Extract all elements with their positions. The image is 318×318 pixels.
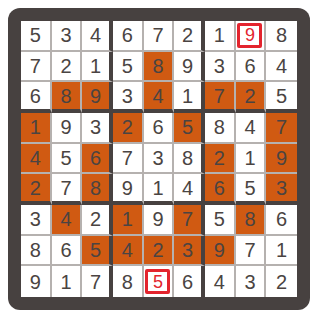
cell-digit: 9 — [122, 178, 133, 198]
cell-r8c7[interactable]: 9 — [205, 236, 236, 267]
cell-digit: 6 — [244, 56, 255, 76]
cell-digit: 8 — [214, 117, 225, 137]
cell-r2c9[interactable]: 4 — [266, 52, 297, 83]
cell-digit: 1 — [182, 86, 193, 106]
cell-r1c2[interactable]: 3 — [52, 21, 83, 52]
cell-digit: 1 — [30, 117, 41, 137]
cell-r3c2[interactable]: 8 — [52, 82, 83, 113]
cell-r5c3[interactable]: 6 — [82, 144, 113, 175]
cell-r8c1[interactable]: 8 — [21, 236, 52, 267]
cell-digit: 8 — [182, 148, 193, 168]
cell-r9c4[interactable]: 8 — [113, 266, 144, 297]
cell-digit: 1 — [90, 56, 101, 76]
cell-r4c6[interactable]: 5 — [174, 113, 205, 144]
cell-digit: 8 — [152, 56, 163, 76]
cell-r3c5[interactable]: 4 — [144, 82, 175, 113]
cell-digit: 3 — [90, 117, 101, 137]
cell-r5c6[interactable]: 8 — [174, 144, 205, 175]
cell-digit: 7 — [244, 240, 255, 260]
cell-digit: 5 — [244, 178, 255, 198]
cell-r1c5[interactable]: 7 — [144, 21, 175, 52]
cell-r7c1[interactable]: 3 — [21, 205, 52, 236]
cell-digit: 2 — [152, 240, 163, 260]
cell-r6c5[interactable]: 1 — [144, 174, 175, 205]
cell-r2c8[interactable]: 6 — [236, 52, 267, 83]
cell-digit: 7 — [122, 148, 133, 168]
cell-r5c5[interactable]: 3 — [144, 144, 175, 175]
cell-digit: 6 — [90, 148, 101, 168]
cell-digit: 3 — [60, 25, 71, 45]
cell-digit: 7 — [90, 272, 101, 292]
cell-digit: 1 — [122, 209, 133, 229]
cell-r9c9[interactable]: 2 — [266, 266, 297, 297]
cell-r9c5[interactable]: 5 — [144, 266, 175, 297]
cell-r3c4[interactable]: 3 — [113, 82, 144, 113]
cell-r8c8[interactable]: 7 — [236, 236, 267, 267]
cell-digit: 2 — [90, 209, 101, 229]
cell-r8c4[interactable]: 4 — [113, 236, 144, 267]
cell-digit: 5 — [214, 209, 225, 229]
cell-digit: 9 — [90, 86, 101, 106]
cell-r4c5[interactable]: 6 — [144, 113, 175, 144]
cell-r1c3[interactable]: 4 — [82, 21, 113, 52]
cell-r4c3[interactable]: 3 — [82, 113, 113, 144]
cell-digit: 3 — [182, 240, 193, 260]
cell-r6c2[interactable]: 7 — [52, 174, 83, 205]
cell-digit: 9 — [30, 272, 41, 292]
cell-r1c1[interactable]: 5 — [21, 21, 52, 52]
cell-digit: 4 — [90, 25, 101, 45]
cell-r8c5[interactable]: 2 — [144, 236, 175, 267]
cell-r2c2[interactable]: 2 — [52, 52, 83, 83]
cell-digit: 4 — [276, 56, 287, 76]
cell-r8c6[interactable]: 3 — [174, 236, 205, 267]
cell-digit: 8 — [244, 209, 255, 229]
cell-r7c4[interactable]: 1 — [113, 205, 144, 236]
cell-r3c9[interactable]: 5 — [266, 82, 297, 113]
cell-digit: 9 — [214, 240, 225, 260]
cell-r9c7[interactable]: 4 — [205, 266, 236, 297]
cell-r7c9[interactable]: 6 — [266, 205, 297, 236]
cell-digit: 6 — [122, 25, 133, 45]
cell-r1c7[interactable]: 1 — [205, 21, 236, 52]
cell-digit: 7 — [182, 209, 193, 229]
cell-r6c4[interactable]: 9 — [113, 174, 144, 205]
cell-r2c3[interactable]: 1 — [82, 52, 113, 83]
cell-digit: 2 — [214, 148, 225, 168]
cell-digit: 6 — [60, 240, 71, 260]
cell-digit: 5 — [90, 240, 101, 260]
cell-digit: 6 — [182, 272, 193, 292]
cell-r7c6[interactable]: 7 — [174, 205, 205, 236]
cell-r1c4[interactable]: 6 — [113, 21, 144, 52]
cell-digit: 6 — [152, 117, 163, 137]
cell-r3c8[interactable]: 2 — [236, 82, 267, 113]
cell-digit: 4 — [182, 178, 193, 198]
cell-r7c2[interactable]: 4 — [52, 205, 83, 236]
cell-r3c7[interactable]: 7 — [205, 82, 236, 113]
cell-r5c8[interactable]: 1 — [236, 144, 267, 175]
cell-r9c3[interactable]: 7 — [82, 266, 113, 297]
cell-r1c9[interactable]: 8 — [266, 21, 297, 52]
cell-r7c7[interactable]: 5 — [205, 205, 236, 236]
cell-r6c7[interactable]: 6 — [205, 174, 236, 205]
cell-r6c3[interactable]: 8 — [82, 174, 113, 205]
cell-r2c5[interactable]: 8 — [144, 52, 175, 83]
cell-digit: 4 — [30, 148, 41, 168]
cell-digit: 4 — [244, 117, 255, 137]
cell-digit: 6 — [30, 86, 41, 106]
cell-digit: 1 — [214, 25, 225, 45]
cell-digit: 3 — [214, 56, 225, 76]
sudoku-grid: 5346721987215893646893417251932658474567… — [21, 21, 297, 297]
cell-digit: 2 — [276, 272, 287, 292]
cell-digit: 1 — [276, 240, 287, 260]
cell-digit: 3 — [30, 209, 41, 229]
cell-digit: 9 — [152, 209, 163, 229]
cell-digit: 2 — [60, 56, 71, 76]
cell-r7c5[interactable]: 9 — [144, 205, 175, 236]
cell-r2c4[interactable]: 5 — [113, 52, 144, 83]
cell-digit: 3 — [152, 148, 163, 168]
cell-digit: 8 — [122, 272, 133, 292]
cell-digit: 3 — [122, 86, 133, 106]
cell-digit: 7 — [276, 117, 287, 137]
cell-digit: 2 — [30, 178, 41, 198]
cell-digit: 3 — [244, 272, 255, 292]
cell-digit: 8 — [30, 240, 41, 260]
cell-digit: 6 — [276, 209, 287, 229]
cell-digit: 8 — [90, 178, 101, 198]
cell-r4c8[interactable]: 4 — [236, 113, 267, 144]
cell-r3c6[interactable]: 1 — [174, 82, 205, 113]
cell-digit: 8 — [60, 86, 71, 106]
cell-r1c8[interactable]: 9 — [236, 21, 267, 52]
cell-digit: 4 — [152, 86, 163, 106]
cell-digit: 7 — [30, 56, 41, 76]
cell-r2c1[interactable]: 7 — [21, 52, 52, 83]
cell-digit: 5 — [276, 86, 287, 106]
cell-digit: 1 — [152, 178, 163, 198]
cell-r4c1[interactable]: 1 — [21, 113, 52, 144]
cell-digit: 3 — [276, 178, 287, 198]
cell-digit: 7 — [60, 178, 71, 198]
cell-digit: 5 — [60, 148, 71, 168]
cell-r8c3[interactable]: 5 — [82, 236, 113, 267]
cell-r9c2[interactable]: 1 — [52, 266, 83, 297]
cell-r7c3[interactable]: 2 — [82, 205, 113, 236]
cell-r2c7[interactable]: 3 — [205, 52, 236, 83]
cell-digit: 9 — [245, 26, 255, 44]
cell-r3c1[interactable]: 6 — [21, 82, 52, 113]
cell-digit: 4 — [122, 240, 133, 260]
red-flag-box: 5 — [145, 269, 170, 294]
cell-digit: 6 — [214, 178, 225, 198]
cell-digit: 7 — [214, 86, 225, 106]
cell-digit: 2 — [244, 86, 255, 106]
cell-r5c2[interactable]: 5 — [52, 144, 83, 175]
cell-r9c1[interactable]: 9 — [21, 266, 52, 297]
cell-r5c7[interactable]: 2 — [205, 144, 236, 175]
cell-r9c6[interactable]: 6 — [174, 266, 205, 297]
cell-digit: 9 — [182, 56, 193, 76]
cell-r5c1[interactable]: 4 — [21, 144, 52, 175]
cell-digit: 2 — [182, 25, 193, 45]
cell-digit: 9 — [60, 117, 71, 137]
cell-r6c6[interactable]: 4 — [174, 174, 205, 205]
red-flag-box: 9 — [237, 23, 262, 48]
cell-digit: 2 — [122, 117, 133, 137]
cell-r5c4[interactable]: 7 — [113, 144, 144, 175]
cell-r2c6[interactable]: 9 — [174, 52, 205, 83]
cell-digit: 8 — [276, 25, 287, 45]
cell-digit: 1 — [60, 272, 71, 292]
cell-digit: 9 — [276, 148, 287, 168]
cell-r9c8[interactable]: 3 — [236, 266, 267, 297]
cell-r6c8[interactable]: 5 — [236, 174, 267, 205]
cell-r6c9[interactable]: 3 — [266, 174, 297, 205]
cell-digit: 1 — [244, 148, 255, 168]
sudoku-board: 5346721987215893646893417251932658474567… — [8, 8, 310, 310]
cell-r4c7[interactable]: 8 — [205, 113, 236, 144]
cell-r8c9[interactable]: 1 — [266, 236, 297, 267]
cell-digit: 4 — [60, 209, 71, 229]
cell-r3c3[interactable]: 9 — [82, 82, 113, 113]
cell-r4c9[interactable]: 7 — [266, 113, 297, 144]
cell-digit: 5 — [182, 117, 193, 137]
cell-r4c4[interactable]: 2 — [113, 113, 144, 144]
cell-digit: 4 — [214, 272, 225, 292]
cell-r6c1[interactable]: 2 — [21, 174, 52, 205]
cell-r1c6[interactable]: 2 — [174, 21, 205, 52]
cell-digit: 5 — [122, 56, 133, 76]
cell-digit: 7 — [152, 25, 163, 45]
cell-digit: 5 — [30, 25, 41, 45]
cell-r7c8[interactable]: 8 — [236, 205, 267, 236]
cell-r5c9[interactable]: 9 — [266, 144, 297, 175]
cell-digit: 5 — [153, 273, 163, 291]
cell-r4c2[interactable]: 9 — [52, 113, 83, 144]
cell-r8c2[interactable]: 6 — [52, 236, 83, 267]
